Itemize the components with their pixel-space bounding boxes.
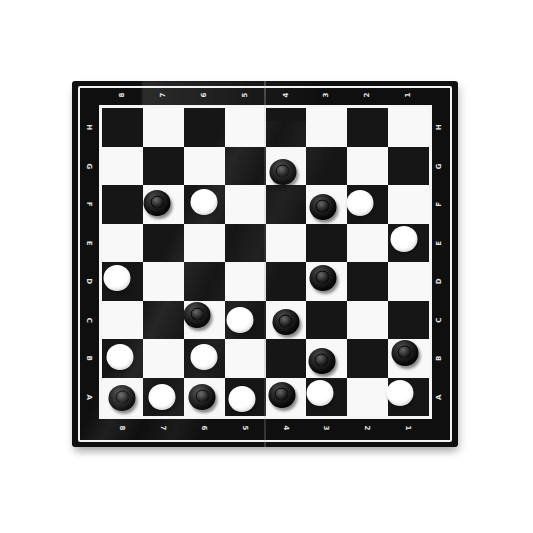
photo-stage: 87654321 87654321 HGFEDCBA HGFEDCBA [0,0,533,533]
square-b5[interactable] [225,339,266,378]
black-piece-f3[interactable] [309,194,336,220]
chess-board: 87654321 87654321 HGFEDCBA HGFEDCBA [72,81,458,447]
square-f4[interactable] [266,185,307,224]
square-h8[interactable] [102,108,143,147]
black-piece-g4[interactable] [269,159,296,185]
square-h7[interactable] [143,108,184,147]
square-g5[interactable] [225,147,266,186]
square-g8[interactable] [102,147,143,186]
square-d4[interactable] [266,262,307,301]
glare-highlight [142,81,382,107]
square-d5[interactable] [225,262,266,301]
coordinate-labels-left: HGFEDCBA [82,108,96,416]
square-d1[interactable] [388,262,429,301]
white-piece-c5[interactable] [227,307,254,333]
square-c2[interactable] [347,301,388,340]
square-b4[interactable] [266,339,307,378]
square-h2[interactable] [347,108,388,147]
square-h4[interactable] [266,108,307,147]
white-piece-a1[interactable] [386,380,413,406]
white-piece-a7[interactable] [149,384,176,410]
black-piece-b3[interactable] [308,348,335,374]
square-b2[interactable] [347,339,388,378]
coordinate-labels-right: HGFEDCBA [432,108,446,416]
square-h6[interactable] [184,108,225,147]
square-e2[interactable] [347,224,388,263]
square-g1[interactable] [388,147,429,186]
square-e3[interactable] [306,224,347,263]
coordinate-labels-bottom: 87654321 [102,421,429,435]
square-g3[interactable] [306,147,347,186]
square-e8[interactable] [102,224,143,263]
white-piece-b8[interactable] [107,344,134,370]
black-piece-f7[interactable] [144,190,171,216]
black-piece-d3[interactable] [309,265,336,291]
square-e5[interactable] [225,224,266,263]
white-piece-a5[interactable] [229,386,256,412]
white-piece-f2[interactable] [346,190,373,216]
square-d7[interactable] [143,262,184,301]
square-a2[interactable] [347,378,388,417]
square-g2[interactable] [347,147,388,186]
square-d6[interactable] [184,262,225,301]
black-piece-a6[interactable] [189,384,216,410]
square-b7[interactable] [143,339,184,378]
square-c8[interactable] [102,301,143,340]
white-piece-f6[interactable] [191,189,218,215]
white-piece-a3[interactable] [306,380,333,406]
black-piece-c6[interactable] [184,302,211,328]
square-e4[interactable] [266,224,307,263]
square-c1[interactable] [388,301,429,340]
square-c3[interactable] [306,301,347,340]
square-c7[interactable] [143,301,184,340]
playing-area-frame [99,105,432,419]
white-piece-b6[interactable] [191,344,218,370]
square-f5[interactable] [225,185,266,224]
white-piece-d8[interactable] [104,265,131,291]
black-piece-a8[interactable] [109,385,136,411]
square-f8[interactable] [102,185,143,224]
square-h1[interactable] [388,108,429,147]
board-grid [102,108,429,416]
square-h5[interactable] [225,108,266,147]
black-piece-c4[interactable] [272,309,299,335]
square-e6[interactable] [184,224,225,263]
black-piece-a4[interactable] [268,382,295,408]
black-piece-b1[interactable] [391,340,418,366]
white-piece-e1[interactable] [390,226,417,252]
square-f1[interactable] [388,185,429,224]
square-g7[interactable] [143,147,184,186]
coordinate-labels-top: 87654321 [102,88,429,102]
square-e7[interactable] [143,224,184,263]
square-d2[interactable] [347,262,388,301]
square-h3[interactable] [306,108,347,147]
square-g6[interactable] [184,147,225,186]
